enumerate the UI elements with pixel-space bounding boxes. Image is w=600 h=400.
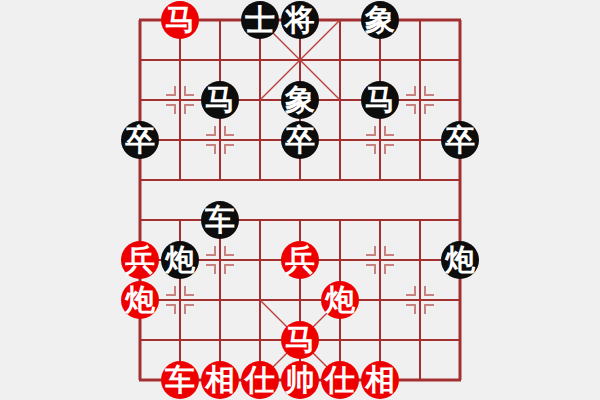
point-marker <box>166 305 175 314</box>
point-marker <box>185 86 194 95</box>
piece-red-horse[interactable]: 马 <box>161 1 199 39</box>
piece-red-soldier[interactable]: 兵 <box>121 241 159 279</box>
piece-black-chariot[interactable]: 车 <box>201 201 239 239</box>
point-marker <box>406 105 415 114</box>
piece-black-cannon[interactable]: 炮 <box>441 241 479 279</box>
piece-red-general[interactable]: 帅 <box>281 361 319 399</box>
point-marker <box>385 126 394 135</box>
piece-red-chariot[interactable]: 车 <box>161 361 199 399</box>
point-marker <box>225 265 234 274</box>
piece-red-advisor[interactable]: 仕 <box>321 361 359 399</box>
point-marker <box>366 145 375 154</box>
piece-black-advisor[interactable]: 士 <box>241 1 279 39</box>
point-marker <box>185 105 194 114</box>
point-marker <box>425 305 434 314</box>
piece-red-cannon[interactable]: 炮 <box>121 281 159 319</box>
piece-red-cannon[interactable]: 炮 <box>321 281 359 319</box>
piece-black-soldier[interactable]: 卒 <box>281 121 319 159</box>
point-marker <box>185 286 194 295</box>
point-marker <box>206 246 215 255</box>
piece-red-elephant[interactable]: 相 <box>201 361 239 399</box>
point-marker <box>166 86 175 95</box>
piece-red-soldier[interactable]: 兵 <box>281 241 319 279</box>
point-marker <box>185 305 194 314</box>
point-marker <box>366 126 375 135</box>
point-marker <box>166 286 175 295</box>
point-marker <box>366 265 375 274</box>
point-marker <box>166 105 175 114</box>
point-marker <box>385 145 394 154</box>
piece-black-elephant[interactable]: 象 <box>361 1 399 39</box>
point-marker <box>225 126 234 135</box>
piece-black-general[interactable]: 将 <box>281 1 319 39</box>
point-marker <box>406 286 415 295</box>
point-marker <box>206 126 215 135</box>
piece-black-cannon[interactable]: 炮 <box>161 241 199 279</box>
point-marker <box>406 86 415 95</box>
piece-red-elephant[interactable]: 相 <box>361 361 399 399</box>
piece-black-soldier[interactable]: 卒 <box>121 121 159 159</box>
xiangqi-board: 马士将象马象马卒卒卒车兵炮兵炮炮炮马车相仕帅仕相 <box>0 0 600 400</box>
point-marker <box>406 305 415 314</box>
piece-red-advisor[interactable]: 仕 <box>241 361 279 399</box>
point-marker <box>366 246 375 255</box>
point-marker <box>425 86 434 95</box>
point-marker <box>225 246 234 255</box>
point-marker <box>206 145 215 154</box>
piece-black-horse[interactable]: 马 <box>201 81 239 119</box>
piece-black-soldier[interactable]: 卒 <box>441 121 479 159</box>
piece-red-horse[interactable]: 马 <box>281 321 319 359</box>
point-marker <box>206 265 215 274</box>
point-marker <box>425 105 434 114</box>
point-marker <box>225 145 234 154</box>
point-marker <box>425 286 434 295</box>
point-marker <box>385 265 394 274</box>
point-marker <box>385 246 394 255</box>
piece-black-elephant[interactable]: 象 <box>281 81 319 119</box>
piece-black-horse[interactable]: 马 <box>361 81 399 119</box>
